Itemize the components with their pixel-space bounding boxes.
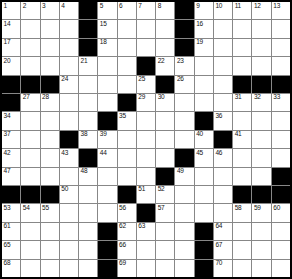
grid-cell-r5c13 bbox=[233, 76, 251, 93]
grid-cell-r5c5[interactable] bbox=[79, 76, 97, 93]
grid-cell-r8c9[interactable] bbox=[156, 131, 174, 148]
grid-cell-r8c14[interactable] bbox=[252, 131, 270, 148]
grid-cell-r14c15[interactable] bbox=[272, 241, 290, 258]
clue-number: 11 bbox=[235, 3, 241, 10]
grid-cell-r6c6[interactable] bbox=[98, 94, 116, 111]
grid-cell-r14c9[interactable] bbox=[156, 241, 174, 258]
grid-cell-r14c4[interactable] bbox=[60, 241, 78, 258]
grid-cell-r1c5 bbox=[79, 2, 97, 19]
grid-cell-r5c3 bbox=[41, 76, 59, 93]
grid-cell-r4c6[interactable] bbox=[98, 57, 116, 74]
grid-cell-r11c7 bbox=[118, 186, 136, 203]
grid-cell-r6c2[interactable]: 27 bbox=[21, 94, 39, 111]
grid-cell-r4c9[interactable]: 22 bbox=[156, 57, 174, 74]
grid-cell-r12c14[interactable]: 59 bbox=[252, 204, 270, 221]
grid-cell-r9c13[interactable] bbox=[233, 149, 251, 166]
grid-cell-r2c7[interactable] bbox=[118, 20, 136, 37]
grid-cell-r14c8[interactable] bbox=[137, 241, 155, 258]
grid-cell-r12c4[interactable] bbox=[60, 204, 78, 221]
grid-cell-r1c3[interactable]: 3 bbox=[41, 2, 59, 19]
grid-cell-r9c2[interactable] bbox=[21, 149, 39, 166]
grid-cell-r1c15[interactable]: 13 bbox=[272, 2, 290, 19]
grid-cell-r8c3[interactable] bbox=[41, 131, 59, 148]
grid-cell-r6c7 bbox=[118, 94, 136, 111]
grid-cell-r15c8[interactable] bbox=[137, 260, 155, 277]
clue-number: 37 bbox=[4, 131, 11, 138]
grid-cell-r4c10[interactable]: 23 bbox=[175, 57, 193, 74]
grid-cell-r14c11 bbox=[195, 241, 213, 258]
clue-number: 36 bbox=[215, 113, 222, 120]
clue-number: 9 bbox=[196, 3, 199, 10]
clue-number: 38 bbox=[81, 131, 88, 138]
grid-cell-r2c13[interactable] bbox=[233, 20, 251, 37]
clue-number: 16 bbox=[196, 21, 203, 28]
grid-cell-r13c1[interactable]: 61 bbox=[2, 223, 20, 240]
grid-cell-r1c11[interactable]: 9 bbox=[195, 2, 213, 19]
grid-cell-r3c4[interactable] bbox=[60, 39, 78, 56]
grid-cell-r8c12 bbox=[214, 131, 232, 148]
grid-cell-r9c8[interactable] bbox=[137, 149, 155, 166]
grid-cell-r13c11 bbox=[195, 223, 213, 240]
clue-number: 12 bbox=[254, 3, 261, 10]
grid-cell-r14c10[interactable] bbox=[175, 241, 193, 258]
grid-cell-r3c9[interactable] bbox=[156, 39, 174, 56]
grid-cell-r8c4 bbox=[60, 131, 78, 148]
grid-cell-r11c9[interactable]: 52 bbox=[156, 186, 174, 203]
grid-cell-r11c3 bbox=[41, 186, 59, 203]
clue-number: 18 bbox=[100, 39, 107, 46]
grid-cell-r4c12[interactable] bbox=[214, 57, 232, 74]
grid-cell-r6c13[interactable]: 31 bbox=[233, 94, 251, 111]
grid-cell-r3c11[interactable]: 19 bbox=[195, 39, 213, 56]
grid-cell-r13c12[interactable]: 64 bbox=[214, 223, 232, 240]
clue-number: 46 bbox=[215, 150, 222, 157]
clue-number: 65 bbox=[4, 242, 11, 249]
grid-cell-r15c1[interactable]: 68 bbox=[2, 260, 20, 277]
crossword-grid: 1234567891011121314151617181920212223242… bbox=[0, 0, 292, 279]
grid-cell-r11c12[interactable] bbox=[214, 186, 232, 203]
grid-cell-r7c3[interactable] bbox=[41, 112, 59, 129]
clue-number: 30 bbox=[158, 94, 165, 101]
clue-number: 15 bbox=[100, 21, 107, 28]
grid-cell-r9c15[interactable] bbox=[272, 149, 290, 166]
grid-cell-r5c8[interactable]: 25 bbox=[137, 76, 155, 93]
grid-cell-r10c8[interactable] bbox=[137, 168, 155, 185]
grid-cell-r7c15[interactable] bbox=[272, 112, 290, 129]
clue-number: 10 bbox=[215, 3, 222, 10]
grid-cell-r14c6 bbox=[98, 241, 116, 258]
grid-cell-r14c1[interactable]: 65 bbox=[2, 241, 20, 258]
grid-cell-r10c12[interactable] bbox=[214, 168, 232, 185]
grid-cell-r7c4[interactable] bbox=[60, 112, 78, 129]
grid-cell-r15c6 bbox=[98, 260, 116, 277]
grid-cell-r4c1[interactable]: 20 bbox=[2, 57, 20, 74]
grid-cell-r6c11[interactable] bbox=[195, 94, 213, 111]
clue-number: 69 bbox=[119, 260, 126, 267]
clue-number: 59 bbox=[254, 205, 261, 212]
grid-cell-r1c6[interactable]: 5 bbox=[98, 2, 116, 19]
clue-number: 1 bbox=[4, 3, 7, 10]
clue-number: 66 bbox=[119, 242, 126, 249]
grid-cell-r15c7[interactable]: 69 bbox=[118, 260, 136, 277]
grid-cell-r10c14[interactable] bbox=[252, 168, 270, 185]
grid-cell-r15c11 bbox=[195, 260, 213, 277]
grid-cell-r11c4[interactable]: 50 bbox=[60, 186, 78, 203]
grid-cell-r3c3[interactable] bbox=[41, 39, 59, 56]
grid-cell-r8c15[interactable] bbox=[272, 131, 290, 148]
grid-cell-r8c11[interactable]: 40 bbox=[195, 131, 213, 148]
grid-cell-r8c6[interactable]: 39 bbox=[98, 131, 116, 148]
grid-cell-r1c10 bbox=[175, 2, 193, 19]
clue-number: 57 bbox=[158, 205, 165, 212]
clue-number: 53 bbox=[4, 205, 11, 212]
grid-cell-r2c1[interactable]: 14 bbox=[2, 20, 20, 37]
grid-cell-r6c14[interactable]: 32 bbox=[252, 94, 270, 111]
grid-cell-r15c9[interactable] bbox=[156, 260, 174, 277]
clue-number: 62 bbox=[119, 223, 126, 230]
grid-cell-r2c8[interactable] bbox=[137, 20, 155, 37]
grid-cell-r9c9[interactable] bbox=[156, 149, 174, 166]
clue-number: 23 bbox=[177, 58, 184, 65]
grid-cell-r7c8[interactable] bbox=[137, 112, 155, 129]
grid-cell-r7c13[interactable] bbox=[233, 112, 251, 129]
grid-cell-r9c10 bbox=[175, 149, 193, 166]
grid-cell-r9c12[interactable]: 46 bbox=[214, 149, 232, 166]
grid-cell-r5c15 bbox=[272, 76, 290, 93]
grid-cell-r8c5[interactable]: 38 bbox=[79, 131, 97, 148]
grid-cell-r11c2 bbox=[21, 186, 39, 203]
grid-cell-r5c9 bbox=[156, 76, 174, 93]
clue-number: 34 bbox=[4, 113, 11, 120]
grid-cell-r4c8 bbox=[137, 57, 155, 74]
grid-cell-r3c14[interactable] bbox=[252, 39, 270, 56]
grid-cell-r3c1[interactable]: 17 bbox=[2, 39, 20, 56]
grid-cell-r9c14[interactable] bbox=[252, 149, 270, 166]
grid-cell-r15c10[interactable] bbox=[175, 260, 193, 277]
grid-cell-r6c5[interactable] bbox=[79, 94, 97, 111]
grid-cell-r10c4[interactable] bbox=[60, 168, 78, 185]
grid-cell-r12c15[interactable]: 60 bbox=[272, 204, 290, 221]
grid-cell-r4c2[interactable] bbox=[21, 57, 39, 74]
grid-cell-r1c9[interactable]: 8 bbox=[156, 2, 174, 19]
clue-number: 55 bbox=[42, 205, 49, 212]
clue-number: 47 bbox=[4, 168, 11, 175]
grid-cell-r10c1[interactable]: 47 bbox=[2, 168, 20, 185]
grid-cell-r6c3[interactable]: 28 bbox=[41, 94, 59, 111]
grid-cell-r7c10[interactable] bbox=[175, 112, 193, 129]
grid-cell-r12c9[interactable]: 57 bbox=[156, 204, 174, 221]
grid-cell-r5c4[interactable]: 24 bbox=[60, 76, 78, 93]
grid-cell-r7c1[interactable]: 34 bbox=[2, 112, 20, 129]
grid-cell-r3c7[interactable] bbox=[118, 39, 136, 56]
grid-cell-r13c6 bbox=[98, 223, 116, 240]
clue-number: 2 bbox=[23, 3, 26, 10]
grid-cell-r4c4[interactable] bbox=[60, 57, 78, 74]
grid-cell-r14c3[interactable] bbox=[41, 241, 59, 258]
grid-cell-r15c14[interactable] bbox=[252, 260, 270, 277]
grid-cell-r10c3[interactable] bbox=[41, 168, 59, 185]
clue-number: 50 bbox=[61, 186, 68, 193]
clue-number: 68 bbox=[4, 260, 11, 267]
grid-cell-r9c11[interactable]: 45 bbox=[195, 149, 213, 166]
clue-number: 58 bbox=[235, 205, 242, 212]
grid-cell-r9c3[interactable] bbox=[41, 149, 59, 166]
grid-cell-r1c14[interactable]: 12 bbox=[252, 2, 270, 19]
grid-cell-r2c4[interactable] bbox=[60, 20, 78, 37]
grid-cell-r4c15[interactable] bbox=[272, 57, 290, 74]
grid-cell-r2c14[interactable] bbox=[252, 20, 270, 37]
clue-number: 67 bbox=[215, 242, 222, 249]
clue-number: 52 bbox=[158, 186, 165, 193]
clue-number: 35 bbox=[119, 113, 126, 120]
clue-number: 63 bbox=[138, 223, 145, 230]
grid-cell-r5c10[interactable]: 26 bbox=[175, 76, 193, 93]
grid-cell-r6c9[interactable]: 30 bbox=[156, 94, 174, 111]
grid-cell-r10c10[interactable]: 49 bbox=[175, 168, 193, 185]
grid-cell-r4c11[interactable] bbox=[195, 57, 213, 74]
grid-cell-r1c1[interactable]: 1 bbox=[2, 2, 20, 19]
clue-number: 41 bbox=[235, 131, 242, 138]
grid-cell-r5c11[interactable] bbox=[195, 76, 213, 93]
grid-cell-r2c2[interactable] bbox=[21, 20, 39, 37]
grid-cell-r12c11[interactable] bbox=[195, 204, 213, 221]
clue-number: 54 bbox=[23, 205, 30, 212]
grid-cell-r8c8[interactable] bbox=[137, 131, 155, 148]
clue-number: 45 bbox=[196, 150, 203, 157]
clue-number: 22 bbox=[158, 58, 165, 65]
clue-number: 60 bbox=[273, 205, 280, 212]
grid-cell-r8c1[interactable]: 37 bbox=[2, 131, 20, 148]
grid-cell-r7c6 bbox=[98, 112, 116, 129]
grid-cell-r1c2[interactable]: 2 bbox=[21, 2, 39, 19]
grid-cell-r13c8[interactable]: 63 bbox=[137, 223, 155, 240]
grid-cell-r9c5 bbox=[79, 149, 97, 166]
grid-cell-r8c10[interactable] bbox=[175, 131, 193, 148]
clue-number: 27 bbox=[23, 94, 30, 101]
clue-number: 28 bbox=[42, 94, 49, 101]
grid-cell-r15c15[interactable] bbox=[272, 260, 290, 277]
grid-cell-r15c12[interactable]: 70 bbox=[214, 260, 232, 277]
grid-cell-r12c8 bbox=[137, 204, 155, 221]
clue-number: 51 bbox=[138, 186, 145, 193]
grid-cell-r9c4[interactable]: 43 bbox=[60, 149, 78, 166]
grid-cell-r13c4[interactable] bbox=[60, 223, 78, 240]
grid-cell-r2c3[interactable] bbox=[41, 20, 59, 37]
grid-cell-r4c7[interactable] bbox=[118, 57, 136, 74]
grid-cell-r10c5[interactable]: 48 bbox=[79, 168, 97, 185]
clue-number: 56 bbox=[119, 205, 126, 212]
grid-cell-r6c12[interactable] bbox=[214, 94, 232, 111]
clue-number: 19 bbox=[196, 39, 203, 46]
clue-number: 64 bbox=[215, 223, 222, 230]
grid-cell-r12c10[interactable] bbox=[175, 204, 193, 221]
grid-cell-r6c15[interactable]: 33 bbox=[272, 94, 290, 111]
grid-cell-r1c12[interactable]: 10 bbox=[214, 2, 232, 19]
grid-cell-r14c2[interactable] bbox=[21, 241, 39, 258]
grid-cell-r7c14[interactable] bbox=[252, 112, 270, 129]
grid-cell-r15c3[interactable] bbox=[41, 260, 59, 277]
grid-cell-r14c13[interactable] bbox=[233, 241, 251, 258]
grid-cell-r4c5[interactable]: 21 bbox=[79, 57, 97, 74]
clue-number: 43 bbox=[61, 150, 68, 157]
grid-cell-r11c8[interactable]: 51 bbox=[137, 186, 155, 203]
clue-number: 6 bbox=[119, 3, 122, 10]
grid-cell-r13c15[interactable] bbox=[272, 223, 290, 240]
grid-cell-r6c8[interactable]: 29 bbox=[137, 94, 155, 111]
grid-cell-r12c3[interactable]: 55 bbox=[41, 204, 59, 221]
grid-cell-r10c15 bbox=[272, 168, 290, 185]
grid-cell-r1c7[interactable]: 6 bbox=[118, 2, 136, 19]
grid-cell-r5c12[interactable] bbox=[214, 76, 232, 93]
grid-cell-r11c10[interactable] bbox=[175, 186, 193, 203]
grid-cell-r15c13[interactable] bbox=[233, 260, 251, 277]
grid-cell-r9c7[interactable] bbox=[118, 149, 136, 166]
clue-number: 33 bbox=[273, 94, 280, 101]
clue-number: 49 bbox=[177, 168, 184, 175]
grid-cell-r7c7[interactable]: 35 bbox=[118, 112, 136, 129]
grid-cell-r3c12[interactable] bbox=[214, 39, 232, 56]
grid-cell-r5c7[interactable] bbox=[118, 76, 136, 93]
grid-cell-r3c5 bbox=[79, 39, 97, 56]
grid-cell-r13c3[interactable] bbox=[41, 223, 59, 240]
grid-cell-r6c1 bbox=[2, 94, 20, 111]
grid-cell-r12c12[interactable] bbox=[214, 204, 232, 221]
grid-cell-r4c13[interactable] bbox=[233, 57, 251, 74]
grid-cell-r5c14 bbox=[252, 76, 270, 93]
grid-cell-r8c2[interactable] bbox=[21, 131, 39, 148]
grid-cell-r13c7[interactable]: 62 bbox=[118, 223, 136, 240]
grid-cell-r7c5[interactable] bbox=[79, 112, 97, 129]
grid-cell-r12c5[interactable] bbox=[79, 204, 97, 221]
grid-cell-r13c9[interactable] bbox=[156, 223, 174, 240]
clue-number: 8 bbox=[158, 3, 161, 10]
clue-number: 44 bbox=[100, 150, 107, 157]
clue-number: 13 bbox=[273, 3, 280, 10]
clue-number: 61 bbox=[4, 223, 11, 230]
grid-cell-r1c13[interactable]: 11 bbox=[233, 2, 251, 19]
grid-cell-r10c9 bbox=[156, 168, 174, 185]
clue-number: 17 bbox=[4, 39, 11, 46]
grid-cell-r13c5[interactable] bbox=[79, 223, 97, 240]
grid-cell-r12c6[interactable] bbox=[98, 204, 116, 221]
grid-cell-r3c13[interactable] bbox=[233, 39, 251, 56]
clue-number: 21 bbox=[81, 58, 88, 65]
grid-cell-r14c14[interactable] bbox=[252, 241, 270, 258]
grid-cell-r3c6[interactable]: 18 bbox=[98, 39, 116, 56]
clue-number: 31 bbox=[235, 94, 242, 101]
clue-number: 14 bbox=[4, 21, 11, 28]
grid-cell-r11c1 bbox=[2, 186, 20, 203]
grid-cell-r10c2[interactable] bbox=[21, 168, 39, 185]
grid-cell-r7c12[interactable]: 36 bbox=[214, 112, 232, 129]
grid-cell-r12c1[interactable]: 53 bbox=[2, 204, 20, 221]
grid-cell-r1c4[interactable]: 4 bbox=[60, 2, 78, 19]
clue-number: 70 bbox=[215, 260, 222, 267]
grid-cell-r13c10[interactable] bbox=[175, 223, 193, 240]
grid-cell-r1c8[interactable]: 7 bbox=[137, 2, 155, 19]
clue-number: 25 bbox=[138, 76, 145, 83]
grid-cell-r5c1 bbox=[2, 76, 20, 93]
clue-number: 4 bbox=[61, 3, 64, 10]
grid-cell-r3c2[interactable] bbox=[21, 39, 39, 56]
grid-cell-r10c13[interactable] bbox=[233, 168, 251, 185]
grid-cell-r14c12[interactable]: 67 bbox=[214, 241, 232, 258]
grid-cell-r11c15 bbox=[272, 186, 290, 203]
grid-cell-r8c13[interactable]: 41 bbox=[233, 131, 251, 148]
grid-cell-r6c4[interactable] bbox=[60, 94, 78, 111]
grid-cell-r11c11[interactable] bbox=[195, 186, 213, 203]
grid-cell-r2c5 bbox=[79, 20, 97, 37]
grid-cell-r10c7[interactable] bbox=[118, 168, 136, 185]
grid-cell-r15c4[interactable] bbox=[60, 260, 78, 277]
crossword-puzzle: 1234567891011121314151617181920212223242… bbox=[0, 0, 292, 279]
grid-cell-r12c7[interactable]: 56 bbox=[118, 204, 136, 221]
clue-number: 48 bbox=[81, 168, 88, 175]
grid-cell-r12c2[interactable]: 54 bbox=[21, 204, 39, 221]
grid-cell-r3c15[interactable] bbox=[272, 39, 290, 56]
grid-cell-r7c2[interactable] bbox=[21, 112, 39, 129]
grid-cell-r2c6[interactable]: 15 bbox=[98, 20, 116, 37]
clue-number: 39 bbox=[100, 131, 107, 138]
grid-cell-r6c10[interactable] bbox=[175, 94, 193, 111]
clue-number: 5 bbox=[100, 3, 103, 10]
grid-cell-r5c2 bbox=[21, 76, 39, 93]
grid-cell-r4c14[interactable] bbox=[252, 57, 270, 74]
grid-cell-r9c1[interactable]: 42 bbox=[2, 149, 20, 166]
grid-cell-r11c5[interactable] bbox=[79, 186, 97, 203]
grid-cell-r9c6[interactable]: 44 bbox=[98, 149, 116, 166]
clue-number: 32 bbox=[254, 94, 261, 101]
grid-cell-r13c14[interactable] bbox=[252, 223, 270, 240]
grid-cell-r5c6[interactable] bbox=[98, 76, 116, 93]
clue-number: 26 bbox=[177, 76, 184, 83]
grid-cell-r10c11[interactable] bbox=[195, 168, 213, 185]
grid-cell-r13c2[interactable] bbox=[21, 223, 39, 240]
grid-cell-r2c12[interactable] bbox=[214, 20, 232, 37]
clue-number: 29 bbox=[138, 94, 145, 101]
grid-cell-r2c11[interactable]: 16 bbox=[195, 20, 213, 37]
clue-number: 40 bbox=[196, 131, 203, 138]
grid-cell-r11c14 bbox=[252, 186, 270, 203]
grid-cell-r3c10 bbox=[175, 39, 193, 56]
grid-cell-r11c6[interactable] bbox=[98, 186, 116, 203]
clue-number: 42 bbox=[4, 150, 11, 157]
grid-cell-r4c3[interactable] bbox=[41, 57, 59, 74]
grid-cell-r13c13[interactable] bbox=[233, 223, 251, 240]
grid-cell-r2c9[interactable] bbox=[156, 20, 174, 37]
clue-number: 20 bbox=[4, 58, 11, 65]
grid-cell-r2c15[interactable] bbox=[272, 20, 290, 37]
clue-number: 24 bbox=[61, 76, 68, 83]
grid-cell-r2c10 bbox=[175, 20, 193, 37]
grid-cell-r8c7[interactable] bbox=[118, 131, 136, 148]
grid-cell-r10c6[interactable] bbox=[98, 168, 116, 185]
grid-cell-r14c5[interactable] bbox=[79, 241, 97, 258]
grid-cell-r15c5[interactable] bbox=[79, 260, 97, 277]
grid-cell-r7c9[interactable] bbox=[156, 112, 174, 129]
clue-number: 3 bbox=[42, 3, 45, 10]
grid-cell-r11c13 bbox=[233, 186, 251, 203]
grid-cell-r7c11 bbox=[195, 112, 213, 129]
grid-cell-r15c2[interactable] bbox=[21, 260, 39, 277]
grid-cell-r3c8[interactable] bbox=[137, 39, 155, 56]
clue-number: 7 bbox=[138, 3, 141, 10]
grid-cell-r14c7[interactable]: 66 bbox=[118, 241, 136, 258]
grid-cell-r12c13[interactable]: 58 bbox=[233, 204, 251, 221]
